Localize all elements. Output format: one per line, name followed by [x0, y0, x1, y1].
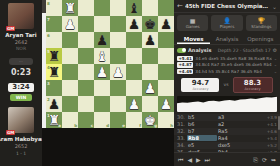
move-number: 35. [177, 149, 187, 152]
black-move[interactable]: Rb4 [217, 149, 247, 152]
chevron-down-icon: ⌄ [274, 56, 277, 61]
square-g4[interactable] [142, 64, 158, 80]
move-row: 35.dxe5Rb4+5.8 [174, 149, 280, 153]
move-row: 30.b5a3+3.9 [174, 114, 280, 121]
gm-title-badge: GM [6, 130, 15, 135]
line-moves: 34.e5 dxe5 35.dxe5 Ra8 36.Rxa8 Rxa8 [195, 56, 271, 61]
top-player-rating: 2642 [15, 39, 28, 45]
white-pawn-h2[interactable]: ♟ [160, 96, 172, 112]
move-number: 32. [177, 128, 187, 134]
top-player-clock: 0:23 [11, 68, 31, 77]
white-pawn-b7[interactable]: ♟ [64, 16, 76, 32]
first-move-button[interactable]: ⏮ [178, 156, 183, 164]
square-d5[interactable]: ♝ [94, 48, 110, 64]
square-f5[interactable] [126, 48, 142, 64]
white-pawn-d4[interactable]: ♟ [96, 64, 108, 80]
chess-board[interactable]: 8♜♝7♟♟♚♟6♟♟5♜♝4♜♟♟3♟2♟♟♟1a♜bcdefg♚h [46, 0, 174, 128]
copy-icon[interactable]: ⎘ [253, 156, 258, 164]
tab-openings[interactable]: Openings [244, 33, 277, 44]
winner-badge: WIN [10, 94, 32, 101]
black-move[interactable]: dxe5 [217, 142, 247, 148]
square-e1[interactable]: e [110, 112, 126, 128]
event-title: 45th FIDE Chess Olympiad … [185, 3, 270, 9]
file-coordinate: d [106, 123, 109, 128]
white-rook-a1[interactable]: ♜ [48, 112, 60, 128]
file-coordinate: e [122, 123, 125, 128]
white-move[interactable]: b5 [187, 114, 217, 120]
line-eval: +4.87 [177, 62, 193, 68]
top-player-avatar[interactable]: GM [8, 3, 34, 29]
line-moves: 34.h4 h5 35.Bc4 Ra7 36.d5 Rb4 [195, 69, 271, 74]
white-accuracy-value: 94.7 [192, 79, 209, 87]
top-player-name: Aryan Tari [5, 32, 36, 38]
move-row: 33.Rb8Ra4+5.4 [174, 135, 280, 142]
games-button[interactable]: ▦Games [177, 15, 208, 31]
black-pawn-h7[interactable]: ♟ [160, 16, 172, 32]
square-a2[interactable]: 2♟ [46, 96, 62, 112]
square-f7[interactable]: ♟ [126, 16, 142, 32]
engine-line-1[interactable]: +5.4134.e5 dxe5 35.dxe5 Ra8 36.Rxa8 Rxa8… [177, 55, 277, 62]
panel-tabs: MovesAnalysisOpenings [174, 33, 280, 45]
white-king-g1[interactable]: ♚ [144, 112, 156, 128]
rank-coordinate: 7 [47, 17, 50, 22]
square-a7[interactable]: 7 [46, 16, 62, 32]
white-move[interactable]: dxe5 [187, 149, 217, 152]
players-button[interactable]: 👤Players [211, 15, 242, 31]
square-h1[interactable]: h [158, 112, 174, 128]
rank-coordinate: 3 [47, 81, 50, 86]
square-f3[interactable] [126, 80, 142, 96]
square-a1[interactable]: 1a♜ [46, 112, 62, 128]
accuracy-row: 94.7 Accuracy vs 88.3 Accuracy [174, 75, 280, 95]
square-d4[interactable]: ♟ [94, 64, 110, 80]
black-pawn-g6[interactable]: ♟ [144, 32, 156, 48]
square-e2[interactable] [110, 96, 126, 112]
move-number: 31. [177, 121, 187, 127]
square-b4[interactable] [62, 64, 78, 80]
square-f4[interactable] [126, 64, 142, 80]
square-h8[interactable] [158, 0, 174, 16]
square-b8[interactable]: ♜ [62, 0, 78, 16]
flip-board-icon[interactable]: ⟳ [262, 156, 267, 163]
playback-controls: ⏮◀▶⏭⎘⟳➥ [174, 152, 280, 166]
white-pawn-f2[interactable]: ♟ [128, 96, 140, 112]
square-b3[interactable] [62, 80, 78, 96]
square-e6[interactable] [110, 32, 126, 48]
black-move[interactable]: Ra4 [217, 135, 247, 141]
white-pawn-g3[interactable]: ♟ [144, 80, 156, 96]
white-move[interactable]: b6 [187, 121, 217, 127]
square-b5[interactable] [62, 48, 78, 64]
square-g2[interactable] [142, 96, 158, 112]
square-e5[interactable] [110, 48, 126, 64]
move-eval: +5.4 [267, 136, 277, 141]
square-c8[interactable] [78, 0, 94, 16]
square-c7[interactable] [78, 16, 94, 32]
square-c3[interactable] [78, 80, 94, 96]
black-accuracy-value: 88.3 [244, 79, 261, 87]
move-row: 32.b7Ra5+4.6 [174, 128, 280, 135]
square-d3[interactable] [94, 80, 110, 96]
square-d8[interactable] [94, 0, 110, 16]
black-pawn-d6[interactable]: ♟ [96, 32, 108, 48]
last-move-button[interactable]: ⏭ [205, 156, 210, 164]
square-c5[interactable] [78, 48, 94, 64]
square-g1[interactable]: g♚ [142, 112, 158, 128]
black-king-g7[interactable]: ♚ [144, 16, 156, 32]
move-list-scrollbar[interactable] [278, 116, 280, 151]
standings-button[interactable]: 🏆Standings [246, 15, 277, 31]
square-c6[interactable] [78, 32, 94, 48]
black-move[interactable]: a3 [217, 114, 247, 120]
white-rook-b8[interactable]: ♜ [64, 0, 76, 16]
square-f8[interactable]: ♝ [126, 0, 142, 16]
player-sidebar: GM Aryan Tari 2642 NOR ··· 0:23 3:24 WIN… [0, 0, 42, 166]
move-eval: +4.6 [267, 129, 277, 134]
square-b6[interactable] [62, 32, 78, 48]
bottom-player-name: Aram Hakobyan [0, 136, 46, 142]
black-move[interactable]: Ra5 [217, 128, 247, 134]
rank-coordinate: 6 [47, 33, 50, 38]
evaluation-graph[interactable] [177, 96, 277, 112]
square-e7[interactable] [110, 16, 126, 32]
black-accuracy-box: 88.3 Accuracy [233, 77, 273, 93]
move-number: 30. [177, 114, 187, 120]
square-h7[interactable]: ♟ [158, 16, 174, 32]
square-e8[interactable] [110, 0, 126, 16]
event-header: ← 45th FIDE Chess Olympiad … ⌄ [174, 0, 280, 13]
engine-info: Depth 22 · Stockfish 17 [218, 48, 271, 53]
file-coordinate: h [170, 123, 173, 128]
black-accuracy-label: Accuracy [245, 87, 261, 91]
square-h3[interactable] [158, 80, 174, 96]
square-g5[interactable] [142, 48, 158, 64]
square-e3[interactable] [110, 80, 126, 96]
move-row: 34.e5dxe5+5.2 [174, 142, 280, 149]
move-eval: +3.9 [267, 115, 277, 120]
line-moves: 34.Bc4 Ra7 35.e5 dxe5 36.dxe5 Rb4 [195, 62, 271, 67]
line-eval: +4.49 [177, 69, 193, 75]
square-a3[interactable]: 3 [46, 80, 62, 96]
chevron-down-icon[interactable]: ⌄ [272, 3, 277, 10]
move-eval: +4.1 [267, 122, 277, 127]
bottom-player-clock: 3:24 [8, 83, 34, 92]
black-move[interactable]: a2 [217, 121, 247, 127]
engine-label: Analysis [188, 47, 211, 53]
tab-moves[interactable]: Moves [177, 33, 210, 44]
square-h6[interactable] [158, 32, 174, 48]
rank-coordinate: 8 [47, 1, 50, 6]
bottom-player-avatar[interactable]: GM [8, 107, 34, 133]
move-eval: +5.2 [267, 143, 277, 148]
square-d2[interactable] [94, 96, 110, 112]
square-d1[interactable]: d [94, 112, 110, 128]
square-g3[interactable]: ♟ [142, 80, 158, 96]
square-f1[interactable]: f [126, 112, 142, 128]
file-coordinate: f [139, 123, 141, 128]
square-h4[interactable] [158, 64, 174, 80]
white-move[interactable]: b7 [187, 128, 217, 134]
back-arrow-icon[interactable]: ← [177, 2, 183, 10]
white-accuracy-box: 94.7 Accuracy [181, 78, 219, 92]
black-pawn-f7[interactable]: ♟ [128, 16, 140, 32]
engine-line-2[interactable]: +4.8734.Bc4 Ra7 35.e5 dxe5 36.dxe5 Rb4⌄ [177, 62, 277, 69]
square-e4[interactable]: ♟ [110, 64, 126, 80]
white-move[interactable]: Rb8 [187, 135, 217, 141]
white-accuracy-label: Accuracy [192, 87, 208, 91]
move-number: 34. [177, 142, 187, 148]
players-icon: 👤 [223, 17, 231, 24]
square-f2[interactable]: ♟ [126, 96, 142, 112]
analysis-panel: ← 45th FIDE Chess Olympiad … ⌄ ▦Games👤Pl… [174, 0, 280, 166]
square-a8[interactable]: 8 [46, 0, 62, 16]
white-pawn-e4[interactable]: ♟ [112, 64, 124, 80]
file-coordinate: b [74, 123, 77, 128]
file-coordinate: c [91, 123, 93, 128]
prev-move-button[interactable]: ◀ [187, 156, 192, 163]
standings-trophy-icon: 🏆 [258, 17, 266, 24]
share-icon[interactable]: ➥ [271, 156, 276, 163]
square-c4[interactable] [78, 64, 94, 80]
engine-row: Analysis Depth 22 · Stockfish 17 ⚙ [174, 45, 280, 55]
square-g6[interactable]: ♟ [142, 32, 158, 48]
square-d7[interactable] [94, 16, 110, 32]
black-bishop-f8[interactable]: ♝ [128, 0, 140, 16]
engine-toggle[interactable] [177, 48, 186, 53]
square-b7[interactable]: ♟ [62, 16, 78, 32]
move-list: 30.b5a3+3.931.b6a2+4.132.b7Ra5+4.633.Rb8… [174, 114, 280, 153]
below-board-area [42, 128, 174, 166]
top-player-federation: NOR [16, 46, 26, 51]
accuracy-vs: vs [223, 82, 228, 87]
bottom-player-rating: 2652 [15, 143, 28, 149]
square-b1[interactable]: b [62, 112, 78, 128]
square-g8[interactable] [142, 0, 158, 16]
black-rook-a4[interactable]: ♜ [48, 64, 60, 80]
square-a6[interactable]: 6 [46, 32, 62, 48]
chevron-down-icon: ⌄ [274, 69, 277, 74]
square-c1[interactable]: c [78, 112, 94, 128]
white-move[interactable]: e5 [187, 142, 217, 148]
gear-icon[interactable]: ⚙ [273, 47, 277, 53]
square-f6[interactable] [126, 32, 142, 48]
tab-analysis[interactable]: Analysis [210, 33, 243, 44]
gm-title-badge: GM [6, 26, 15, 31]
square-a5[interactable]: 5♜ [46, 48, 62, 64]
square-b2[interactable] [62, 96, 78, 112]
chevron-down-icon: ⌄ [274, 62, 277, 67]
move-number: 33. [177, 135, 187, 141]
square-c2[interactable] [78, 96, 94, 112]
square-a4[interactable]: 4♜ [46, 64, 62, 80]
top-player-chip[interactable]: ··· [9, 58, 33, 65]
black-rook-a5[interactable]: ♜ [48, 48, 60, 64]
white-bishop-d5[interactable]: ♝ [96, 48, 108, 64]
square-h5[interactable] [158, 48, 174, 64]
square-h2[interactable]: ♟ [158, 96, 174, 112]
move-eval: +5.8 [267, 150, 277, 153]
move-row: 31.b6a2+4.1 [174, 121, 280, 128]
match-score: 1 - 1 [16, 151, 26, 156]
games-grid-icon: ▦ [190, 17, 196, 24]
black-pawn-a2[interactable]: ♟ [48, 96, 60, 112]
next-move-button[interactable]: ▶ [196, 156, 201, 163]
line-eval: +5.41 [177, 56, 193, 62]
action-buttons: ▦Games👤Players🏆Standings [174, 13, 280, 33]
square-g7[interactable]: ♚ [142, 16, 158, 32]
engine-lines: +5.4134.e5 dxe5 35.dxe5 Ra8 36.Rxa8 Rxa8… [174, 55, 280, 75]
square-d6[interactable]: ♟ [94, 32, 110, 48]
